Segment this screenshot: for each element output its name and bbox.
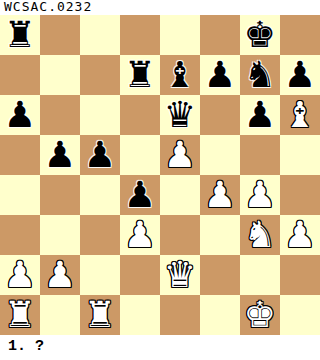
black-queen[interactable]: ♛: [164, 95, 196, 135]
square-c6[interactable]: [80, 95, 120, 135]
square-h5[interactable]: [280, 135, 320, 175]
black-pawn[interactable]: ♟: [204, 55, 236, 95]
square-b3[interactable]: [40, 215, 80, 255]
square-e1[interactable]: [160, 295, 200, 335]
white-pawn[interactable]: ♟: [204, 175, 236, 215]
white-rook[interactable]: ♜: [4, 295, 36, 335]
square-c2[interactable]: [80, 255, 120, 295]
square-h3[interactable]: ♟: [280, 215, 320, 255]
square-h1[interactable]: [280, 295, 320, 335]
white-queen[interactable]: ♛: [164, 255, 196, 295]
square-c5[interactable]: ♟: [80, 135, 120, 175]
square-d1[interactable]: [120, 295, 160, 335]
square-g8[interactable]: ♚: [240, 15, 280, 55]
black-knight[interactable]: ♞: [244, 55, 276, 95]
square-f3[interactable]: [200, 215, 240, 255]
square-a5[interactable]: [0, 135, 40, 175]
square-b4[interactable]: [40, 175, 80, 215]
square-a1[interactable]: ♜: [0, 295, 40, 335]
square-d6[interactable]: [120, 95, 160, 135]
square-e6[interactable]: ♛: [160, 95, 200, 135]
square-b5[interactable]: ♟: [40, 135, 80, 175]
square-h7[interactable]: ♟: [280, 55, 320, 95]
square-d4[interactable]: ♟: [120, 175, 160, 215]
white-rook[interactable]: ♜: [84, 295, 116, 335]
move-prompt: 1. ?: [0, 335, 320, 360]
square-c7[interactable]: [80, 55, 120, 95]
white-pawn[interactable]: ♟: [124, 215, 156, 255]
square-b8[interactable]: [40, 15, 80, 55]
square-g3[interactable]: ♞: [240, 215, 280, 255]
square-e7[interactable]: ♝: [160, 55, 200, 95]
square-g2[interactable]: [240, 255, 280, 295]
square-d5[interactable]: [120, 135, 160, 175]
square-d3[interactable]: ♟: [120, 215, 160, 255]
square-c1[interactable]: ♜: [80, 295, 120, 335]
square-a8[interactable]: ♜: [0, 15, 40, 55]
square-f6[interactable]: [200, 95, 240, 135]
black-king[interactable]: ♚: [244, 15, 276, 55]
white-pawn[interactable]: ♟: [164, 135, 196, 175]
white-knight[interactable]: ♞: [244, 215, 276, 255]
square-d2[interactable]: [120, 255, 160, 295]
white-pawn[interactable]: ♟: [284, 215, 316, 255]
square-f5[interactable]: [200, 135, 240, 175]
diagram-title: WCSAC.0232: [0, 0, 320, 15]
white-bishop[interactable]: ♝: [284, 95, 316, 135]
square-f8[interactable]: [200, 15, 240, 55]
square-b2[interactable]: ♟: [40, 255, 80, 295]
square-g5[interactable]: [240, 135, 280, 175]
square-h8[interactable]: [280, 15, 320, 55]
square-g4[interactable]: ♟: [240, 175, 280, 215]
black-pawn[interactable]: ♟: [4, 95, 36, 135]
black-rook[interactable]: ♜: [4, 15, 36, 55]
square-a6[interactable]: ♟: [0, 95, 40, 135]
square-f1[interactable]: [200, 295, 240, 335]
square-d8[interactable]: [120, 15, 160, 55]
black-bishop[interactable]: ♝: [164, 55, 196, 95]
square-a3[interactable]: [0, 215, 40, 255]
square-h4[interactable]: [280, 175, 320, 215]
square-e3[interactable]: [160, 215, 200, 255]
square-b7[interactable]: [40, 55, 80, 95]
square-e2[interactable]: ♛: [160, 255, 200, 295]
square-g6[interactable]: ♟: [240, 95, 280, 135]
square-e5[interactable]: ♟: [160, 135, 200, 175]
square-f4[interactable]: ♟: [200, 175, 240, 215]
square-d7[interactable]: ♜: [120, 55, 160, 95]
chess-board: ♜♚♜♝♟♞♟♟♛♟♝♟♟♟♟♟♟♟♞♟♟♟♛♜♜♚: [0, 15, 320, 335]
square-a2[interactable]: ♟: [0, 255, 40, 295]
square-f2[interactable]: [200, 255, 240, 295]
square-g1[interactable]: ♚: [240, 295, 280, 335]
black-pawn[interactable]: ♟: [44, 135, 76, 175]
square-a7[interactable]: [0, 55, 40, 95]
square-c3[interactable]: [80, 215, 120, 255]
square-h6[interactable]: ♝: [280, 95, 320, 135]
square-b6[interactable]: [40, 95, 80, 135]
square-a4[interactable]: [0, 175, 40, 215]
black-pawn[interactable]: ♟: [124, 175, 156, 215]
black-pawn[interactable]: ♟: [84, 135, 116, 175]
black-pawn[interactable]: ♟: [284, 55, 316, 95]
square-e4[interactable]: [160, 175, 200, 215]
white-king[interactable]: ♚: [244, 295, 276, 335]
square-b1[interactable]: [40, 295, 80, 335]
square-g7[interactable]: ♞: [240, 55, 280, 95]
square-h2[interactable]: [280, 255, 320, 295]
white-pawn[interactable]: ♟: [4, 255, 36, 295]
square-c8[interactable]: [80, 15, 120, 55]
square-f7[interactable]: ♟: [200, 55, 240, 95]
square-c4[interactable]: [80, 175, 120, 215]
square-e8[interactable]: [160, 15, 200, 55]
black-rook[interactable]: ♜: [124, 55, 156, 95]
black-pawn[interactable]: ♟: [244, 95, 276, 135]
white-pawn[interactable]: ♟: [44, 255, 76, 295]
white-pawn[interactable]: ♟: [244, 175, 276, 215]
